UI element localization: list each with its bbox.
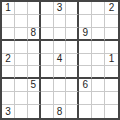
empty-cell-r6c4[interactable] bbox=[41, 66, 54, 79]
given-digit-cell-r1c1: 1 bbox=[2, 2, 15, 15]
empty-cell-r9c3[interactable] bbox=[28, 105, 41, 118]
empty-cell-r5c4[interactable] bbox=[41, 54, 54, 67]
empty-cell-r5c8[interactable] bbox=[92, 54, 105, 67]
empty-cell-r1c7[interactable] bbox=[79, 2, 92, 15]
empty-cell-r8c3[interactable] bbox=[28, 92, 41, 105]
given-digit-cell-r7c7: 6 bbox=[79, 79, 92, 92]
empty-cell-r2c9[interactable] bbox=[105, 15, 118, 28]
empty-cell-r4c8[interactable] bbox=[92, 41, 105, 54]
empty-cell-r6c6[interactable] bbox=[66, 66, 79, 79]
empty-cell-r9c8[interactable] bbox=[92, 105, 105, 118]
empty-cell-r2c2[interactable] bbox=[15, 15, 28, 28]
given-digit-cell-r9c5: 8 bbox=[54, 105, 67, 118]
empty-cell-r4c1[interactable] bbox=[2, 41, 15, 54]
empty-cell-r7c6[interactable] bbox=[66, 79, 79, 92]
empty-cell-r4c9[interactable] bbox=[105, 41, 118, 54]
empty-cell-r6c1[interactable] bbox=[2, 66, 15, 79]
empty-cell-r6c5[interactable] bbox=[54, 66, 67, 79]
empty-cell-r3c4[interactable] bbox=[41, 28, 54, 41]
empty-cell-r2c8[interactable] bbox=[92, 15, 105, 28]
empty-cell-r2c4[interactable] bbox=[41, 15, 54, 28]
empty-cell-r8c8[interactable] bbox=[92, 92, 105, 105]
given-digit-cell-r5c9: 1 bbox=[105, 54, 118, 67]
empty-cell-r6c7[interactable] bbox=[79, 66, 92, 79]
empty-cell-r7c9[interactable] bbox=[105, 79, 118, 92]
given-digit-cell-r3c3: 8 bbox=[28, 28, 41, 41]
empty-cell-r8c4[interactable] bbox=[41, 92, 54, 105]
empty-cell-r8c7[interactable] bbox=[79, 92, 92, 105]
empty-cell-r1c8[interactable] bbox=[92, 2, 105, 15]
empty-cell-r8c6[interactable] bbox=[66, 92, 79, 105]
empty-cell-r1c4[interactable] bbox=[41, 2, 54, 15]
empty-cell-r4c6[interactable] bbox=[66, 41, 79, 54]
empty-cell-r6c8[interactable] bbox=[92, 66, 105, 79]
given-digit-cell-r5c5: 4 bbox=[54, 54, 67, 67]
empty-cell-r2c1[interactable] bbox=[2, 15, 15, 28]
empty-cell-r7c2[interactable] bbox=[15, 79, 28, 92]
given-digit-cell-r9c1: 3 bbox=[2, 105, 15, 118]
empty-cell-r3c9[interactable] bbox=[105, 28, 118, 41]
empty-cell-r4c4[interactable] bbox=[41, 41, 54, 54]
given-digit-cell-r1c9: 2 bbox=[105, 2, 118, 15]
empty-cell-r6c9[interactable] bbox=[105, 66, 118, 79]
empty-cell-r3c1[interactable] bbox=[2, 28, 15, 41]
empty-cell-r8c2[interactable] bbox=[15, 92, 28, 105]
empty-cell-r5c2[interactable] bbox=[15, 54, 28, 67]
empty-cell-r9c9[interactable] bbox=[105, 105, 118, 118]
empty-cell-r1c2[interactable] bbox=[15, 2, 28, 15]
empty-cell-r7c5[interactable] bbox=[54, 79, 67, 92]
empty-cell-r5c7[interactable] bbox=[79, 54, 92, 67]
empty-cell-r8c9[interactable] bbox=[105, 92, 118, 105]
empty-cell-r3c6[interactable] bbox=[66, 28, 79, 41]
empty-cell-r6c2[interactable] bbox=[15, 66, 28, 79]
empty-cell-r6c3[interactable] bbox=[28, 66, 41, 79]
given-digit-cell-r1c5: 3 bbox=[54, 2, 67, 15]
empty-cell-r3c2[interactable] bbox=[15, 28, 28, 41]
sudoku-board: 132892415638 bbox=[0, 0, 120, 120]
empty-cell-r4c2[interactable] bbox=[15, 41, 28, 54]
empty-cell-r3c5[interactable] bbox=[54, 28, 67, 41]
empty-cell-r7c4[interactable] bbox=[41, 79, 54, 92]
empty-cell-r4c3[interactable] bbox=[28, 41, 41, 54]
empty-cell-r5c3[interactable] bbox=[28, 54, 41, 67]
given-digit-cell-r3c7: 9 bbox=[79, 28, 92, 41]
empty-cell-r1c3[interactable] bbox=[28, 2, 41, 15]
empty-cell-r7c1[interactable] bbox=[2, 79, 15, 92]
empty-cell-r4c7[interactable] bbox=[79, 41, 92, 54]
empty-cell-r3c8[interactable] bbox=[92, 28, 105, 41]
empty-cell-r9c6[interactable] bbox=[66, 105, 79, 118]
empty-cell-r5c6[interactable] bbox=[66, 54, 79, 67]
empty-cell-r9c4[interactable] bbox=[41, 105, 54, 118]
given-digit-cell-r5c1: 2 bbox=[2, 54, 15, 67]
empty-cell-r1c6[interactable] bbox=[66, 2, 79, 15]
empty-cell-r2c7[interactable] bbox=[79, 15, 92, 28]
empty-cell-r9c7[interactable] bbox=[79, 105, 92, 118]
empty-cell-r4c5[interactable] bbox=[54, 41, 67, 54]
empty-cell-r2c6[interactable] bbox=[66, 15, 79, 28]
empty-cell-r8c5[interactable] bbox=[54, 92, 67, 105]
given-digit-cell-r7c3: 5 bbox=[28, 79, 41, 92]
empty-cell-r8c1[interactable] bbox=[2, 92, 15, 105]
empty-cell-r2c5[interactable] bbox=[54, 15, 67, 28]
empty-cell-r9c2[interactable] bbox=[15, 105, 28, 118]
empty-cell-r7c8[interactable] bbox=[92, 79, 105, 92]
empty-cell-r2c3[interactable] bbox=[28, 15, 41, 28]
